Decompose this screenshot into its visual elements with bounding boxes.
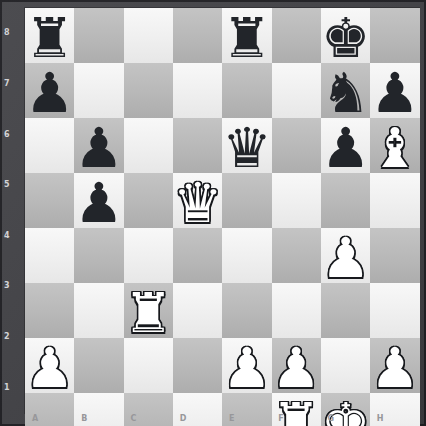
square-d7[interactable] — [173, 63, 222, 118]
file-label-g: G — [328, 415, 335, 425]
square-a4[interactable] — [25, 228, 74, 283]
piece-black-rook[interactable]: ♜ — [222, 11, 271, 66]
square-c5[interactable] — [124, 173, 173, 228]
rank-label-3: 3 — [4, 282, 20, 290]
square-c2[interactable] — [124, 338, 173, 393]
square-b5[interactable]: ♟ — [74, 173, 123, 228]
square-c4[interactable] — [124, 228, 173, 283]
piece-white-pawn[interactable]: ♟ — [370, 341, 419, 396]
square-f2[interactable]: ♟ — [272, 338, 321, 393]
piece-black-king[interactable]: ♚ — [321, 11, 370, 66]
rank-label-6: 6 — [4, 131, 20, 139]
piece-white-bishop[interactable]: ♝ — [370, 121, 419, 176]
piece-black-pawn[interactable]: ♟ — [321, 121, 370, 176]
square-h7[interactable]: ♟ — [370, 63, 419, 118]
square-e8[interactable]: ♜ — [222, 8, 271, 63]
piece-white-rook[interactable]: ♜ — [124, 286, 173, 341]
square-d6[interactable] — [173, 118, 222, 173]
square-f5[interactable] — [272, 173, 321, 228]
square-g8[interactable]: ♚ — [321, 8, 370, 63]
square-g3[interactable] — [321, 283, 370, 338]
piece-black-pawn[interactable]: ♟ — [370, 66, 419, 121]
piece-black-pawn[interactable]: ♟ — [25, 66, 74, 121]
square-b8[interactable] — [74, 8, 123, 63]
file-label-e: E — [229, 415, 234, 425]
square-a2[interactable]: ♟ — [25, 338, 74, 393]
square-d2[interactable] — [173, 338, 222, 393]
file-label-a: A — [32, 415, 38, 425]
piece-white-pawn[interactable]: ♟ — [272, 341, 321, 396]
square-h4[interactable] — [370, 228, 419, 283]
chess-board-window: ♜♜♚♟♞♟♟♛♟♝♟♛♟♜♟♟♟♟♜♚ 87654321ABCDEFGH — [0, 0, 426, 426]
file-label-f: F — [278, 415, 283, 425]
square-h8[interactable] — [370, 8, 419, 63]
square-a3[interactable] — [25, 283, 74, 338]
rank-label-1: 1 — [4, 384, 20, 392]
square-c6[interactable] — [124, 118, 173, 173]
square-h5[interactable] — [370, 173, 419, 228]
square-e2[interactable]: ♟ — [222, 338, 271, 393]
square-g5[interactable] — [321, 173, 370, 228]
square-f4[interactable] — [272, 228, 321, 283]
square-a8[interactable]: ♜ — [25, 8, 74, 63]
square-c7[interactable] — [124, 63, 173, 118]
square-d8[interactable] — [173, 8, 222, 63]
piece-white-pawn[interactable]: ♟ — [321, 231, 370, 286]
square-h6[interactable]: ♝ — [370, 118, 419, 173]
square-d4[interactable] — [173, 228, 222, 283]
square-f3[interactable] — [272, 283, 321, 338]
square-e3[interactable] — [222, 283, 271, 338]
square-e4[interactable] — [222, 228, 271, 283]
square-e5[interactable] — [222, 173, 271, 228]
file-label-b: B — [81, 415, 87, 425]
rank-label-5: 5 — [4, 181, 20, 189]
square-b6[interactable]: ♟ — [74, 118, 123, 173]
square-h3[interactable] — [370, 283, 419, 338]
rank-label-2: 2 — [4, 333, 20, 341]
square-h2[interactable]: ♟ — [370, 338, 419, 393]
square-g7[interactable]: ♞ — [321, 63, 370, 118]
square-a7[interactable]: ♟ — [25, 63, 74, 118]
rank-label-8: 8 — [4, 29, 20, 37]
square-e7[interactable] — [222, 63, 271, 118]
square-b2[interactable] — [74, 338, 123, 393]
square-d5[interactable]: ♛ — [173, 173, 222, 228]
file-label-h: H — [377, 415, 384, 425]
file-label-d: D — [180, 415, 187, 425]
square-g6[interactable]: ♟ — [321, 118, 370, 173]
square-c3[interactable]: ♜ — [124, 283, 173, 338]
rank-label-4: 4 — [4, 232, 20, 240]
square-g2[interactable] — [321, 338, 370, 393]
square-e6[interactable]: ♛ — [222, 118, 271, 173]
piece-black-pawn[interactable]: ♟ — [74, 121, 123, 176]
file-label-c: C — [131, 415, 137, 425]
rank-label-7: 7 — [4, 80, 20, 88]
square-b7[interactable] — [74, 63, 123, 118]
piece-white-pawn[interactable]: ♟ — [25, 341, 74, 396]
piece-white-pawn[interactable]: ♟ — [222, 341, 271, 396]
piece-black-knight[interactable]: ♞ — [321, 66, 370, 121]
square-c8[interactable] — [124, 8, 173, 63]
square-g4[interactable]: ♟ — [321, 228, 370, 283]
piece-black-pawn[interactable]: ♟ — [74, 176, 123, 231]
square-f8[interactable] — [272, 8, 321, 63]
square-f7[interactable] — [272, 63, 321, 118]
square-a5[interactable] — [25, 173, 74, 228]
piece-white-queen[interactable]: ♛ — [173, 176, 222, 231]
square-b4[interactable] — [74, 228, 123, 283]
square-f6[interactable] — [272, 118, 321, 173]
square-b3[interactable] — [74, 283, 123, 338]
square-a6[interactable] — [25, 118, 74, 173]
piece-black-queen[interactable]: ♛ — [222, 121, 271, 176]
chess-board: ♜♜♚♟♞♟♟♛♟♝♟♛♟♜♟♟♟♟♜♚ — [25, 8, 419, 413]
square-d3[interactable] — [173, 283, 222, 338]
piece-black-rook[interactable]: ♜ — [25, 11, 74, 66]
